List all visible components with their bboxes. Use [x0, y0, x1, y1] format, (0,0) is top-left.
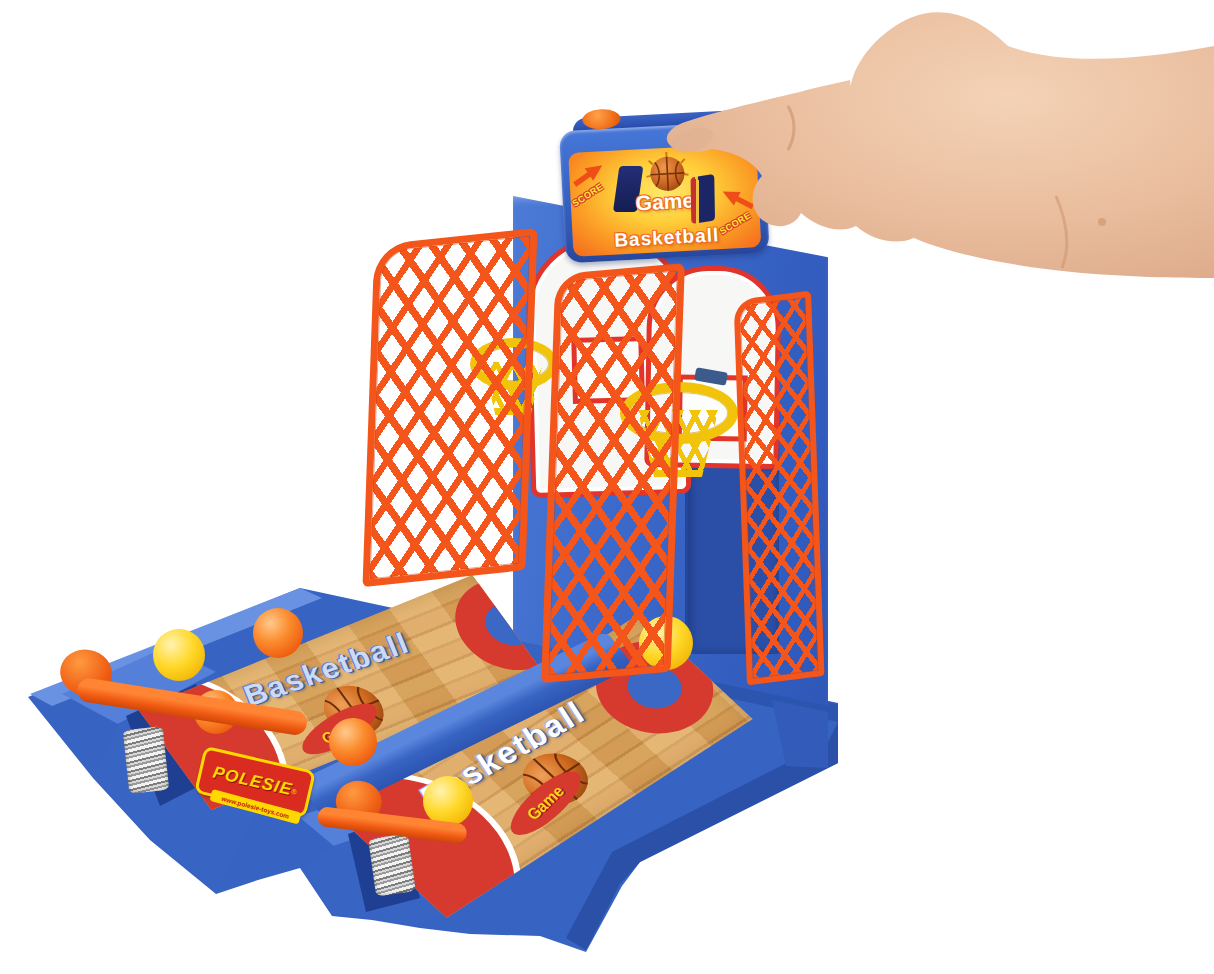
hand-silhouette — [667, 12, 1214, 278]
product-photo-basketball-toy: Basketball Game Basketball Game — [0, 0, 1214, 974]
hand — [0, 0, 1214, 974]
hand-mole — [1098, 218, 1106, 226]
